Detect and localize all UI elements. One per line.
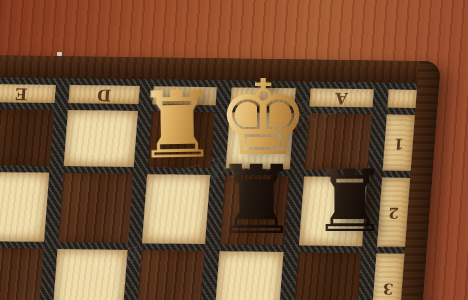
piece-black-rook-a2[interactable]: ♜ — [311, 161, 388, 243]
photo-frame: E D A 1 2 3 ♜ ♚ ♜ ♜ 摄图网 摄图网 摄图网 — [0, 0, 468, 300]
piece-black-rook-b2[interactable]: ♜ — [213, 155, 298, 245]
pieces-layer: ♜ ♚ ♜ ♜ — [0, 0, 468, 300]
piece-white-rook-c1[interactable]: ♜ — [135, 81, 219, 170]
